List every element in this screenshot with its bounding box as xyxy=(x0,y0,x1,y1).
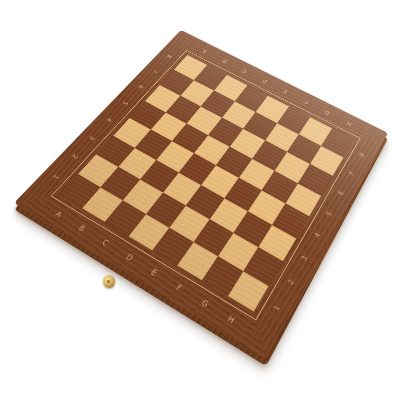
photo-background: ABCDEFGH ABCDEFGH 87654321 87654321 xyxy=(0,0,400,400)
brass-latch-knob xyxy=(103,275,115,288)
chessboard: ABCDEFGH ABCDEFGH 87654321 87654321 xyxy=(14,30,388,359)
